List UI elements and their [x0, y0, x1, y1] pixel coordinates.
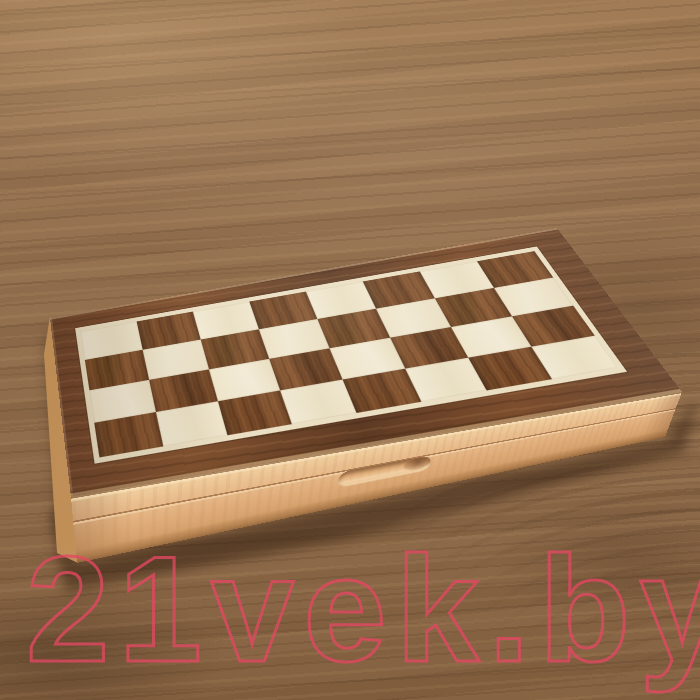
- photo-scene: 21vek.by: [0, 0, 700, 700]
